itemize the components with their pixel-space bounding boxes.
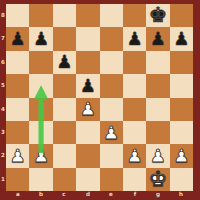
square-g4[interactable] xyxy=(146,98,169,121)
piece-white-pawn[interactable]: ♟ xyxy=(150,147,166,165)
chess-board: ♚♟♟♟♟♟♟♟♟♟♟♟♟♟♟♚ xyxy=(6,4,193,191)
square-d7[interactable] xyxy=(76,27,99,50)
square-f5[interactable] xyxy=(123,74,146,97)
piece-white-pawn[interactable]: ♟ xyxy=(33,147,49,165)
square-a4[interactable] xyxy=(6,98,29,121)
rank-label-5: 5 xyxy=(1,83,6,89)
piece-white-pawn[interactable]: ♟ xyxy=(103,124,119,142)
square-f6[interactable] xyxy=(123,51,146,74)
square-e6[interactable] xyxy=(100,51,123,74)
square-g6[interactable] xyxy=(146,51,169,74)
square-g3[interactable] xyxy=(146,121,169,144)
square-d1[interactable] xyxy=(76,168,99,191)
square-c4[interactable] xyxy=(53,98,76,121)
piece-black-pawn[interactable]: ♟ xyxy=(173,30,189,48)
piece-black-king[interactable]: ♚ xyxy=(149,5,168,26)
rank-label-6: 6 xyxy=(1,59,6,65)
square-h2[interactable]: ♟ xyxy=(170,144,193,167)
square-f8[interactable] xyxy=(123,4,146,27)
square-h3[interactable] xyxy=(170,121,193,144)
file-label-f: f xyxy=(131,192,139,199)
square-c8[interactable] xyxy=(53,4,76,27)
square-c3[interactable] xyxy=(53,121,76,144)
square-b3[interactable] xyxy=(29,121,52,144)
square-d2[interactable] xyxy=(76,144,99,167)
square-c7[interactable] xyxy=(53,27,76,50)
square-b2[interactable]: ♟ xyxy=(29,144,52,167)
rank-label-3: 3 xyxy=(1,130,6,136)
square-d6[interactable] xyxy=(76,51,99,74)
square-c2[interactable] xyxy=(53,144,76,167)
file-label-h: h xyxy=(177,192,185,199)
square-h4[interactable] xyxy=(170,98,193,121)
piece-white-pawn[interactable]: ♟ xyxy=(10,147,26,165)
piece-black-pawn[interactable]: ♟ xyxy=(10,30,26,48)
square-e1[interactable] xyxy=(100,168,123,191)
square-h7[interactable]: ♟ xyxy=(170,27,193,50)
square-e8[interactable] xyxy=(100,4,123,27)
file-label-e: e xyxy=(107,192,115,199)
piece-white-pawn[interactable]: ♟ xyxy=(80,100,96,118)
square-f3[interactable] xyxy=(123,121,146,144)
square-g1[interactable]: ♚ xyxy=(146,168,169,191)
piece-white-pawn[interactable]: ♟ xyxy=(173,147,189,165)
rank-label-2: 2 xyxy=(1,153,6,159)
square-b5[interactable] xyxy=(29,74,52,97)
file-label-g: g xyxy=(154,192,162,199)
piece-black-pawn[interactable]: ♟ xyxy=(126,30,142,48)
square-h5[interactable] xyxy=(170,74,193,97)
square-a3[interactable] xyxy=(6,121,29,144)
square-h6[interactable] xyxy=(170,51,193,74)
file-label-d: d xyxy=(84,192,92,199)
square-g2[interactable]: ♟ xyxy=(146,144,169,167)
rank-label-7: 7 xyxy=(1,36,6,42)
square-e4[interactable] xyxy=(100,98,123,121)
file-label-a: a xyxy=(14,192,22,199)
square-a7[interactable]: ♟ xyxy=(6,27,29,50)
square-e2[interactable] xyxy=(100,144,123,167)
piece-black-pawn[interactable]: ♟ xyxy=(150,30,166,48)
piece-black-pawn[interactable]: ♟ xyxy=(56,53,72,71)
piece-black-pawn[interactable]: ♟ xyxy=(80,77,96,95)
square-b1[interactable] xyxy=(29,168,52,191)
square-g5[interactable] xyxy=(146,74,169,97)
rank-label-1: 1 xyxy=(1,176,6,182)
square-a5[interactable] xyxy=(6,74,29,97)
square-f2[interactable]: ♟ xyxy=(123,144,146,167)
square-g8[interactable]: ♚ xyxy=(146,4,169,27)
square-d3[interactable] xyxy=(76,121,99,144)
square-b6[interactable] xyxy=(29,51,52,74)
square-e3[interactable]: ♟ xyxy=(100,121,123,144)
piece-white-pawn[interactable]: ♟ xyxy=(126,147,142,165)
square-f1[interactable] xyxy=(123,168,146,191)
square-c5[interactable] xyxy=(53,74,76,97)
square-f4[interactable] xyxy=(123,98,146,121)
square-h8[interactable] xyxy=(170,4,193,27)
square-b4[interactable] xyxy=(29,98,52,121)
chess-board-frame: ♚♟♟♟♟♟♟♟♟♟♟♟♟♟♟♚ 87654321abcdefgh xyxy=(0,0,200,200)
square-b7[interactable]: ♟ xyxy=(29,27,52,50)
square-a6[interactable] xyxy=(6,51,29,74)
square-a1[interactable] xyxy=(6,168,29,191)
rank-label-4: 4 xyxy=(1,106,6,112)
square-a8[interactable] xyxy=(6,4,29,27)
square-d5[interactable]: ♟ xyxy=(76,74,99,97)
square-g7[interactable]: ♟ xyxy=(146,27,169,50)
file-label-c: c xyxy=(60,192,68,199)
square-a2[interactable]: ♟ xyxy=(6,144,29,167)
file-label-b: b xyxy=(37,192,45,199)
square-c6[interactable]: ♟ xyxy=(53,51,76,74)
square-f7[interactable]: ♟ xyxy=(123,27,146,50)
square-b8[interactable] xyxy=(29,4,52,27)
piece-black-pawn[interactable]: ♟ xyxy=(33,30,49,48)
rank-label-8: 8 xyxy=(1,13,6,19)
square-c1[interactable] xyxy=(53,168,76,191)
square-d4[interactable]: ♟ xyxy=(76,98,99,121)
square-e7[interactable] xyxy=(100,27,123,50)
square-h1[interactable] xyxy=(170,168,193,191)
square-e5[interactable] xyxy=(100,74,123,97)
piece-white-king[interactable]: ♚ xyxy=(149,169,168,190)
square-d8[interactable] xyxy=(76,4,99,27)
